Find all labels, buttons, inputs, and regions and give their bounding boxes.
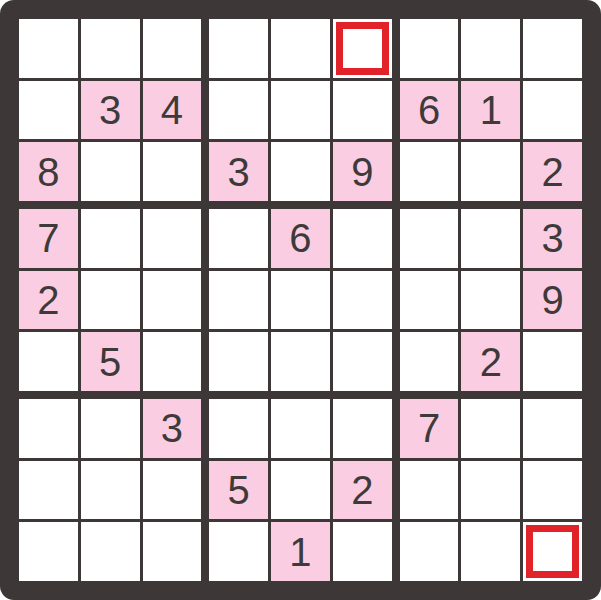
cell-r2c6[interactable]	[333, 81, 392, 140]
cell-r6c5[interactable]	[271, 332, 330, 391]
cell-r9c3[interactable]	[143, 522, 202, 581]
cell-r3c7[interactable]	[400, 142, 459, 201]
cell-r7c9[interactable]	[523, 399, 582, 458]
cell-r2c2[interactable]: 3	[81, 81, 140, 140]
cell-r9c6[interactable]	[333, 522, 392, 581]
box-2: 39	[209, 19, 391, 201]
cell-r7c4[interactable]	[209, 399, 268, 458]
cell-r3c4[interactable]: 3	[209, 142, 268, 201]
cell-r8c4[interactable]: 5	[209, 461, 268, 520]
cell-r5c3[interactable]	[143, 271, 202, 330]
cell-r2c5[interactable]	[271, 81, 330, 140]
cell-r7c2[interactable]	[81, 399, 140, 458]
cell-r5c7[interactable]	[400, 271, 459, 330]
cell-r9c4[interactable]	[209, 522, 268, 581]
cell-r1c2[interactable]	[81, 19, 140, 78]
box-4: 725	[19, 209, 201, 391]
cell-r9c7[interactable]	[400, 522, 459, 581]
cell-r7c7[interactable]: 7	[400, 399, 459, 458]
cell-r2c1[interactable]	[19, 81, 78, 140]
cell-r5c1[interactable]: 2	[19, 271, 78, 330]
cell-r4c2[interactable]	[81, 209, 140, 268]
cell-r8c5[interactable]	[271, 461, 330, 520]
cell-r3c5[interactable]	[271, 142, 330, 201]
cell-r3c3[interactable]	[143, 142, 202, 201]
cell-r1c3[interactable]	[143, 19, 202, 78]
cell-r6c8[interactable]: 2	[461, 332, 520, 391]
cell-r8c1[interactable]	[19, 461, 78, 520]
cell-r4c4[interactable]	[209, 209, 268, 268]
cell-r7c1[interactable]	[19, 399, 78, 458]
cell-r5c4[interactable]	[209, 271, 268, 330]
cell-r7c8[interactable]	[461, 399, 520, 458]
selection-outline	[526, 525, 579, 578]
box-8: 521	[209, 399, 391, 581]
cell-r6c3[interactable]	[143, 332, 202, 391]
cell-r1c4[interactable]	[209, 19, 268, 78]
cell-r3c2[interactable]	[81, 142, 140, 201]
cell-r3c8[interactable]	[461, 142, 520, 201]
cell-r3c1[interactable]: 8	[19, 142, 78, 201]
cell-r4c8[interactable]	[461, 209, 520, 268]
cell-r9c8[interactable]	[461, 522, 520, 581]
cell-r1c9[interactable]	[523, 19, 582, 78]
cell-r4c9[interactable]: 3	[523, 209, 582, 268]
cell-r2c7[interactable]: 6	[400, 81, 459, 140]
cell-r8c3[interactable]	[143, 461, 202, 520]
sudoku-board: 34839612725639235217	[0, 0, 601, 600]
box-1: 348	[19, 19, 201, 201]
cell-r6c9[interactable]	[523, 332, 582, 391]
cell-r8c7[interactable]	[400, 461, 459, 520]
box-9: 7	[400, 399, 582, 581]
cell-r5c5[interactable]	[271, 271, 330, 330]
box-6: 392	[400, 209, 582, 391]
cell-r6c1[interactable]	[19, 332, 78, 391]
cell-r4c3[interactable]	[143, 209, 202, 268]
box-7: 3	[19, 399, 201, 581]
cell-r1c1[interactable]	[19, 19, 78, 78]
cell-r2c4[interactable]	[209, 81, 268, 140]
cell-r6c2[interactable]: 5	[81, 332, 140, 391]
cell-r1c5[interactable]	[271, 19, 330, 78]
cell-r4c1[interactable]: 7	[19, 209, 78, 268]
cell-r5c9[interactable]: 9	[523, 271, 582, 330]
cell-r9c9[interactable]	[523, 522, 582, 581]
cell-r4c7[interactable]	[400, 209, 459, 268]
cell-r3c6[interactable]: 9	[333, 142, 392, 201]
cell-r8c2[interactable]	[81, 461, 140, 520]
cell-r4c6[interactable]	[333, 209, 392, 268]
cell-r7c5[interactable]	[271, 399, 330, 458]
cell-r4c5[interactable]: 6	[271, 209, 330, 268]
cell-r8c9[interactable]	[523, 461, 582, 520]
cell-r5c8[interactable]	[461, 271, 520, 330]
cell-r3c9[interactable]: 2	[523, 142, 582, 201]
cell-r6c4[interactable]	[209, 332, 268, 391]
cell-r9c1[interactable]	[19, 522, 78, 581]
cell-r1c6[interactable]	[333, 19, 392, 78]
cell-r8c8[interactable]	[461, 461, 520, 520]
sudoku-grid: 34839612725639235217	[19, 19, 582, 581]
cell-r7c3[interactable]: 3	[143, 399, 202, 458]
cell-r1c7[interactable]	[400, 19, 459, 78]
cell-r1c8[interactable]	[461, 19, 520, 78]
cell-r9c2[interactable]	[81, 522, 140, 581]
cell-r2c8[interactable]: 1	[461, 81, 520, 140]
cell-r9c5[interactable]: 1	[271, 522, 330, 581]
cell-r5c2[interactable]	[81, 271, 140, 330]
box-3: 612	[400, 19, 582, 201]
cell-r8c6[interactable]: 2	[333, 461, 392, 520]
cell-r2c3[interactable]: 4	[143, 81, 202, 140]
cell-r2c9[interactable]	[523, 81, 582, 140]
cell-r7c6[interactable]	[333, 399, 392, 458]
cell-r6c7[interactable]	[400, 332, 459, 391]
cell-r6c6[interactable]	[333, 332, 392, 391]
cell-r5c6[interactable]	[333, 271, 392, 330]
selection-outline	[336, 22, 389, 75]
box-5: 6	[209, 209, 391, 391]
